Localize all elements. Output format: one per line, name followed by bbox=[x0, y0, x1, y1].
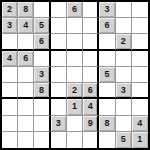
cell-r7c9-empty[interactable] bbox=[132, 99, 148, 115]
cell-r9c3-empty[interactable] bbox=[34, 132, 50, 148]
cell-r4c5-empty[interactable] bbox=[67, 51, 83, 67]
cell-r3c8-given: 2 bbox=[116, 34, 132, 50]
cell-r9c4-empty[interactable] bbox=[51, 132, 67, 148]
cell-r6c2-empty[interactable] bbox=[18, 83, 34, 99]
cell-r2c7-given: 6 bbox=[99, 18, 115, 34]
cell-r3c3-given: 6 bbox=[34, 34, 50, 50]
cell-r8c1-empty[interactable] bbox=[2, 116, 18, 132]
cell-r2c6-empty[interactable] bbox=[83, 18, 99, 34]
cell-r6c5-given: 2 bbox=[67, 83, 83, 99]
cell-r8c6-given: 9 bbox=[83, 116, 99, 132]
cell-r3c9-empty[interactable] bbox=[132, 34, 148, 50]
cell-r6c3-given: 8 bbox=[34, 83, 50, 99]
cell-r2c2-given: 4 bbox=[18, 18, 34, 34]
cell-r1c2-given: 8 bbox=[18, 2, 34, 18]
cell-r4c9-empty[interactable] bbox=[132, 51, 148, 67]
cell-r6c6-given: 6 bbox=[83, 83, 99, 99]
cell-r1c6-empty[interactable] bbox=[83, 2, 99, 18]
cell-r9c8-given: 5 bbox=[116, 132, 132, 148]
cell-r1c5-given: 6 bbox=[67, 2, 83, 18]
cell-r8c7-given: 8 bbox=[99, 116, 115, 132]
cell-r4c3-empty[interactable] bbox=[34, 51, 50, 67]
cell-r7c7-empty[interactable] bbox=[99, 99, 115, 115]
cell-r4c2-given: 6 bbox=[18, 51, 34, 67]
cell-r4c6-empty[interactable] bbox=[83, 51, 99, 67]
cell-r5c7-given: 5 bbox=[99, 67, 115, 83]
cell-r4c8-empty[interactable] bbox=[116, 51, 132, 67]
cell-r5c8-empty[interactable] bbox=[116, 67, 132, 83]
cell-r7c3-empty[interactable] bbox=[34, 99, 50, 115]
cell-r9c6-empty[interactable] bbox=[83, 132, 99, 148]
cell-r4c4-empty[interactable] bbox=[51, 51, 67, 67]
cell-r4c1-given: 4 bbox=[2, 51, 18, 67]
cell-r7c1-empty[interactable] bbox=[2, 99, 18, 115]
cell-r1c1-given: 2 bbox=[2, 2, 18, 18]
cell-r3c2-empty[interactable] bbox=[18, 34, 34, 50]
cell-r1c9-empty[interactable] bbox=[132, 2, 148, 18]
cell-r8c8-empty[interactable] bbox=[116, 116, 132, 132]
cell-r5c5-empty[interactable] bbox=[67, 67, 83, 83]
cell-r8c3-empty[interactable] bbox=[34, 116, 50, 132]
cell-r8c9-given: 4 bbox=[132, 116, 148, 132]
cell-r2c8-empty[interactable] bbox=[116, 18, 132, 34]
cell-r9c2-empty[interactable] bbox=[18, 132, 34, 148]
cell-r3c5-empty[interactable] bbox=[67, 34, 83, 50]
cell-r5c3-given: 3 bbox=[34, 67, 50, 83]
cell-r1c7-given: 3 bbox=[99, 2, 115, 18]
cell-r9c1-empty[interactable] bbox=[2, 132, 18, 148]
cell-r3c6-empty[interactable] bbox=[83, 34, 99, 50]
cell-r5c2-empty[interactable] bbox=[18, 67, 34, 83]
sudoku-board: 28633456624635826314398451 bbox=[0, 0, 150, 150]
cell-r2c3-given: 5 bbox=[34, 18, 50, 34]
cell-r3c7-empty[interactable] bbox=[99, 34, 115, 50]
cell-r7c2-empty[interactable] bbox=[18, 99, 34, 115]
cell-r1c8-empty[interactable] bbox=[116, 2, 132, 18]
cell-r7c6-given: 4 bbox=[83, 99, 99, 115]
cell-r6c8-given: 3 bbox=[116, 83, 132, 99]
cell-r9c9-given: 1 bbox=[132, 132, 148, 148]
cell-r5c6-empty[interactable] bbox=[83, 67, 99, 83]
cell-r5c1-empty[interactable] bbox=[2, 67, 18, 83]
cell-r6c4-empty[interactable] bbox=[51, 83, 67, 99]
cell-r5c4-empty[interactable] bbox=[51, 67, 67, 83]
cell-r7c5-given: 1 bbox=[67, 99, 83, 115]
cell-r6c1-empty[interactable] bbox=[2, 83, 18, 99]
cell-r6c7-empty[interactable] bbox=[99, 83, 115, 99]
cell-r8c2-empty[interactable] bbox=[18, 116, 34, 132]
cell-r7c8-empty[interactable] bbox=[116, 99, 132, 115]
cell-r2c9-empty[interactable] bbox=[132, 18, 148, 34]
cell-r2c4-empty[interactable] bbox=[51, 18, 67, 34]
cell-r2c1-given: 3 bbox=[2, 18, 18, 34]
cell-r3c4-empty[interactable] bbox=[51, 34, 67, 50]
cell-r6c9-empty[interactable] bbox=[132, 83, 148, 99]
cell-r8c4-given: 3 bbox=[51, 116, 67, 132]
cell-r1c4-empty[interactable] bbox=[51, 2, 67, 18]
cell-r2c5-empty[interactable] bbox=[67, 18, 83, 34]
cell-r9c5-empty[interactable] bbox=[67, 132, 83, 148]
cell-r3c1-empty[interactable] bbox=[2, 34, 18, 50]
cell-r1c3-empty[interactable] bbox=[34, 2, 50, 18]
cell-r8c5-empty[interactable] bbox=[67, 116, 83, 132]
cell-r5c9-empty[interactable] bbox=[132, 67, 148, 83]
sudoku-app: 28633456624635826314398451 bbox=[0, 0, 150, 150]
cell-r9c7-empty[interactable] bbox=[99, 132, 115, 148]
cell-r7c4-empty[interactable] bbox=[51, 99, 67, 115]
cell-r4c7-empty[interactable] bbox=[99, 51, 115, 67]
